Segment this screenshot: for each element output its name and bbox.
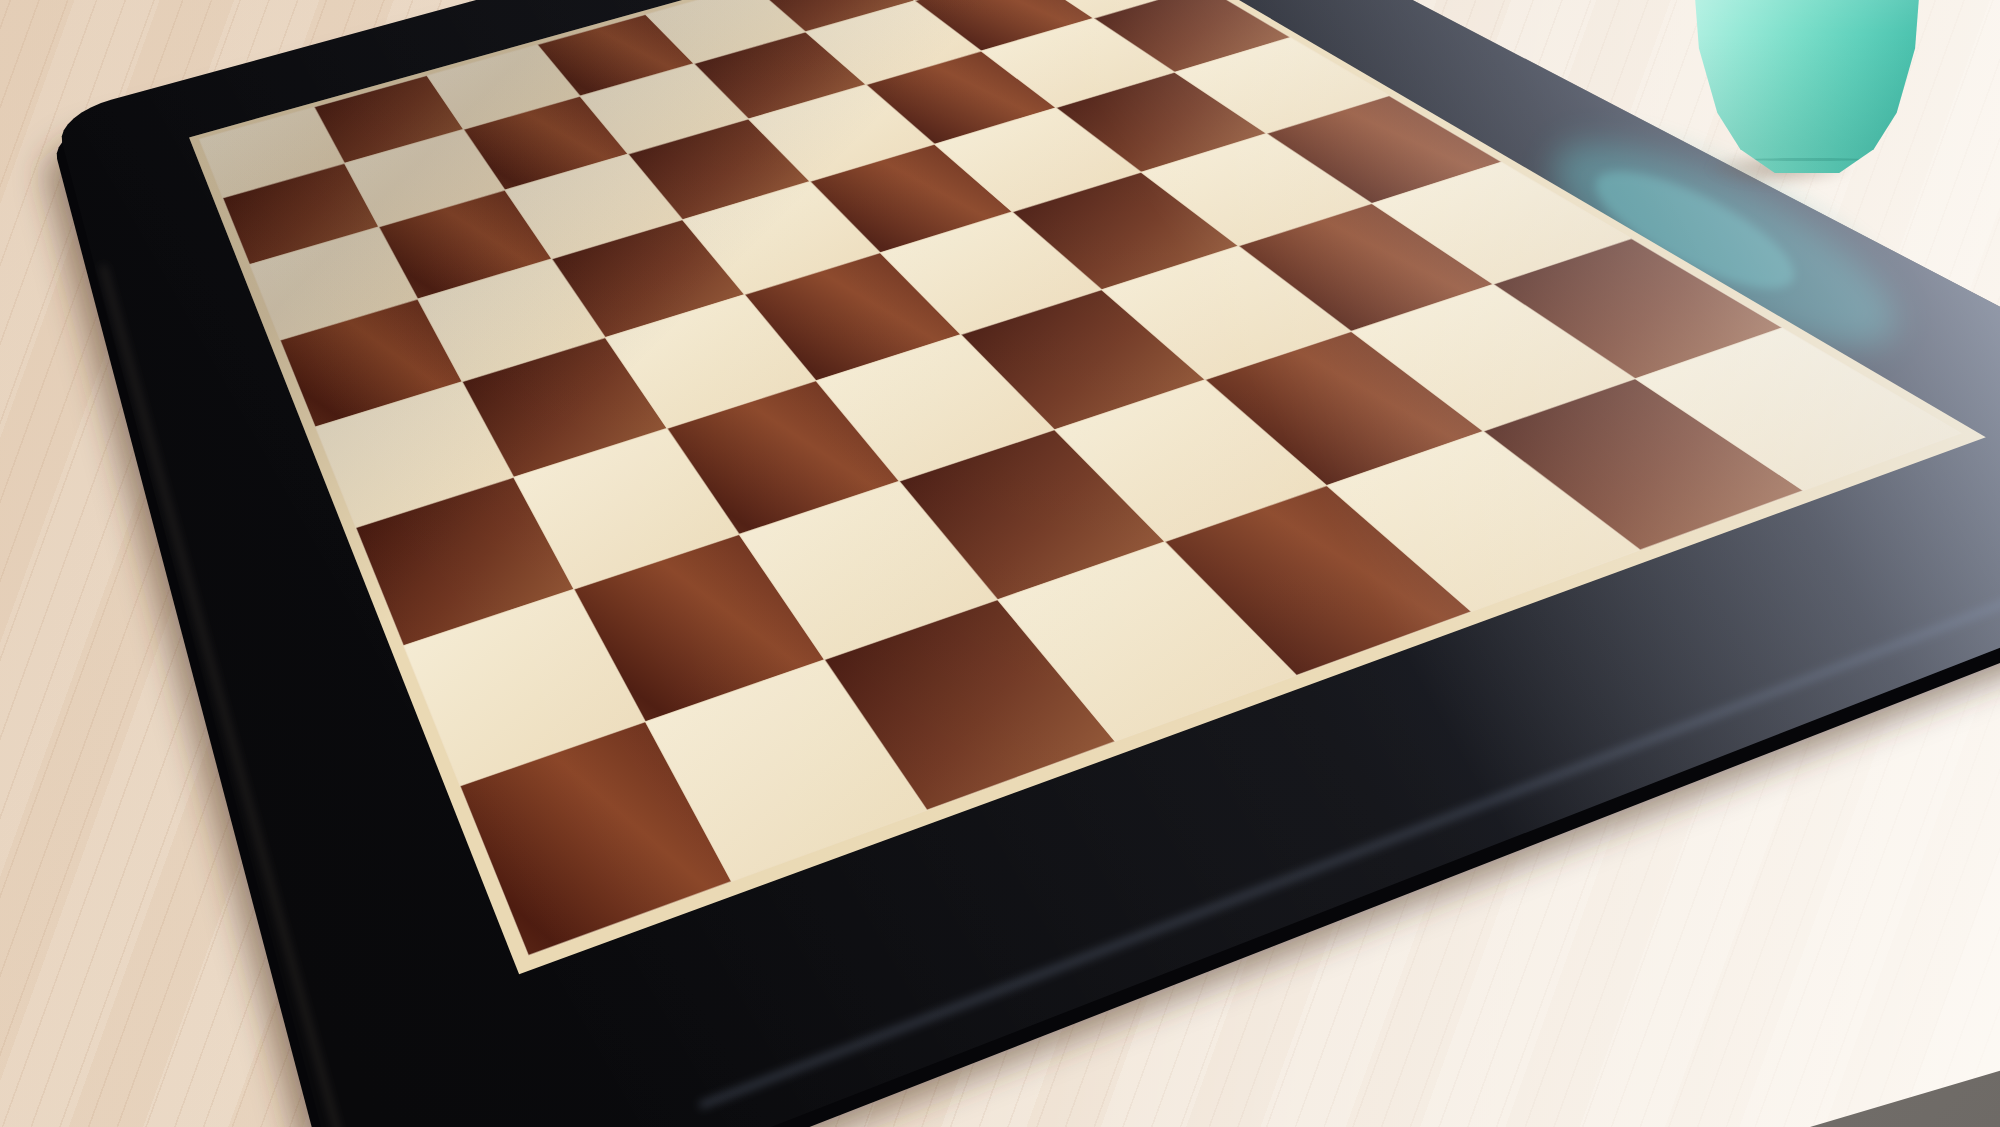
pot-foot-line (1747, 158, 1867, 161)
scene (0, 0, 2000, 1127)
